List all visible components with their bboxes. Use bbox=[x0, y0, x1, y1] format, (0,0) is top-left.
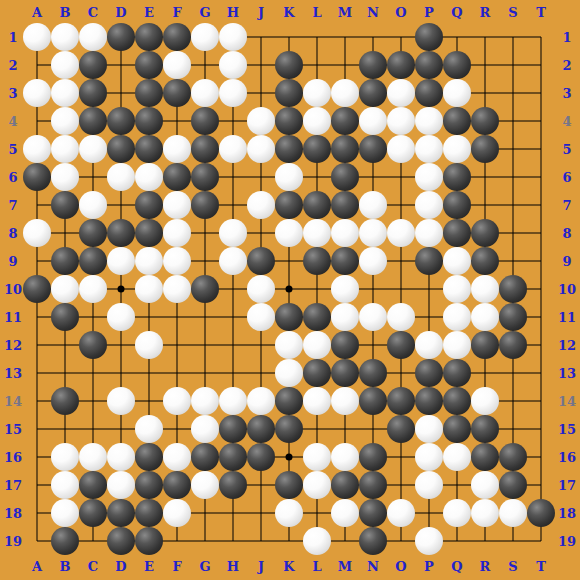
stone-black-Q7 bbox=[443, 191, 471, 219]
stone-black-R16 bbox=[471, 443, 499, 471]
stone-black-N2 bbox=[359, 51, 387, 79]
stone-black-N18 bbox=[359, 499, 387, 527]
stone-black-F17 bbox=[163, 471, 191, 499]
star-point-D10 bbox=[118, 286, 125, 293]
stone-white-D11 bbox=[107, 303, 135, 331]
stone-black-K2 bbox=[275, 51, 303, 79]
stone-white-J5 bbox=[247, 135, 275, 163]
stone-white-L16 bbox=[303, 443, 331, 471]
stone-black-K17 bbox=[275, 471, 303, 499]
stone-black-N19 bbox=[359, 527, 387, 555]
stone-black-N14 bbox=[359, 387, 387, 415]
stone-black-S12 bbox=[499, 331, 527, 359]
stone-white-P16 bbox=[415, 443, 443, 471]
row-label-left-16: 16 bbox=[4, 451, 22, 464]
stone-white-K12 bbox=[275, 331, 303, 359]
stone-black-C4 bbox=[79, 107, 107, 135]
stone-white-L8 bbox=[303, 219, 331, 247]
stone-white-H1 bbox=[219, 23, 247, 51]
stone-white-M10 bbox=[331, 275, 359, 303]
stone-white-B4 bbox=[51, 107, 79, 135]
stone-white-B18 bbox=[51, 499, 79, 527]
row-label-left-18: 18 bbox=[4, 507, 22, 520]
stone-white-O3 bbox=[387, 79, 415, 107]
stone-white-O5 bbox=[387, 135, 415, 163]
row-label-left-6: 6 bbox=[8, 171, 17, 184]
stone-black-M6 bbox=[331, 163, 359, 191]
stone-white-E15 bbox=[135, 415, 163, 443]
stone-white-L14 bbox=[303, 387, 331, 415]
row-label-right-16: 16 bbox=[558, 451, 576, 464]
row-label-left-13: 13 bbox=[4, 367, 22, 380]
row-label-left-8: 8 bbox=[8, 227, 17, 240]
stone-white-Q18 bbox=[443, 499, 471, 527]
stone-black-A6 bbox=[23, 163, 51, 191]
col-label-bottom-F: F bbox=[172, 560, 181, 573]
col-label-top-C: C bbox=[88, 6, 98, 19]
row-label-right-6: 6 bbox=[562, 171, 571, 184]
col-label-bottom-O: O bbox=[395, 560, 406, 573]
stone-white-H2 bbox=[219, 51, 247, 79]
col-label-bottom-C: C bbox=[88, 560, 98, 573]
star-point-K16 bbox=[286, 454, 293, 461]
stone-black-L11 bbox=[303, 303, 331, 331]
col-label-bottom-L: L bbox=[312, 560, 321, 573]
stone-black-C8 bbox=[79, 219, 107, 247]
row-label-right-14: 14 bbox=[558, 395, 576, 408]
stone-black-C18 bbox=[79, 499, 107, 527]
stone-black-F6 bbox=[163, 163, 191, 191]
row-label-left-2: 2 bbox=[8, 59, 17, 72]
stone-white-D17 bbox=[107, 471, 135, 499]
stone-white-N9 bbox=[359, 247, 387, 275]
stone-black-E4 bbox=[135, 107, 163, 135]
row-label-right-12: 12 bbox=[558, 339, 576, 352]
stone-black-K11 bbox=[275, 303, 303, 331]
stone-black-Q13 bbox=[443, 359, 471, 387]
stone-white-B5 bbox=[51, 135, 79, 163]
stone-black-R4 bbox=[471, 107, 499, 135]
stone-white-G3 bbox=[191, 79, 219, 107]
stone-white-P6 bbox=[415, 163, 443, 191]
stone-white-C5 bbox=[79, 135, 107, 163]
stone-white-L17 bbox=[303, 471, 331, 499]
col-label-top-A: A bbox=[32, 6, 42, 19]
col-label-bottom-H: H bbox=[227, 560, 239, 573]
stone-black-G4 bbox=[191, 107, 219, 135]
col-label-top-S: S bbox=[508, 6, 517, 19]
row-label-left-3: 3 bbox=[8, 87, 17, 100]
col-label-top-O: O bbox=[395, 6, 406, 19]
col-label-bottom-P: P bbox=[424, 560, 434, 573]
stone-black-Q6 bbox=[443, 163, 471, 191]
stone-white-K18 bbox=[275, 499, 303, 527]
stone-black-Q4 bbox=[443, 107, 471, 135]
stone-black-M4 bbox=[331, 107, 359, 135]
stone-black-G5 bbox=[191, 135, 219, 163]
stone-black-D18 bbox=[107, 499, 135, 527]
row-label-right-10: 10 bbox=[558, 283, 576, 296]
col-label-top-L: L bbox=[312, 6, 321, 19]
stone-white-H8 bbox=[219, 219, 247, 247]
col-label-top-T: T bbox=[536, 6, 546, 19]
stone-white-Q10 bbox=[443, 275, 471, 303]
stone-white-J4 bbox=[247, 107, 275, 135]
col-label-top-R: R bbox=[480, 6, 491, 19]
stone-white-A3 bbox=[23, 79, 51, 107]
stone-white-D6 bbox=[107, 163, 135, 191]
stone-white-K6 bbox=[275, 163, 303, 191]
stone-black-H16 bbox=[219, 443, 247, 471]
stone-white-J10 bbox=[247, 275, 275, 303]
stone-white-N7 bbox=[359, 191, 387, 219]
stone-white-O8 bbox=[387, 219, 415, 247]
stone-white-J7 bbox=[247, 191, 275, 219]
stone-white-P19 bbox=[415, 527, 443, 555]
col-label-top-G: G bbox=[199, 6, 210, 19]
stone-black-E3 bbox=[135, 79, 163, 107]
stone-white-B17 bbox=[51, 471, 79, 499]
stone-white-G14 bbox=[191, 387, 219, 415]
stone-black-N17 bbox=[359, 471, 387, 499]
row-label-right-18: 18 bbox=[558, 507, 576, 520]
stone-black-S17 bbox=[499, 471, 527, 499]
stone-black-P13 bbox=[415, 359, 443, 387]
stone-black-K7 bbox=[275, 191, 303, 219]
stone-black-C2 bbox=[79, 51, 107, 79]
stone-black-E18 bbox=[135, 499, 163, 527]
stone-black-O15 bbox=[387, 415, 415, 443]
stone-black-K15 bbox=[275, 415, 303, 443]
stone-black-R8 bbox=[471, 219, 499, 247]
stone-white-H5 bbox=[219, 135, 247, 163]
stone-white-A8 bbox=[23, 219, 51, 247]
stone-black-S16 bbox=[499, 443, 527, 471]
stone-black-E19 bbox=[135, 527, 163, 555]
stone-white-B16 bbox=[51, 443, 79, 471]
row-label-right-4: 4 bbox=[562, 115, 571, 128]
stone-black-R12 bbox=[471, 331, 499, 359]
row-label-left-14: 14 bbox=[4, 395, 22, 408]
stone-white-L12 bbox=[303, 331, 331, 359]
stone-white-M8 bbox=[331, 219, 359, 247]
stone-white-R11 bbox=[471, 303, 499, 331]
stone-black-A10 bbox=[23, 275, 51, 303]
col-label-bottom-D: D bbox=[115, 560, 126, 573]
stone-black-M17 bbox=[331, 471, 359, 499]
stone-white-L3 bbox=[303, 79, 331, 107]
col-label-top-M: M bbox=[338, 6, 352, 19]
stone-black-M5 bbox=[331, 135, 359, 163]
col-label-top-P: P bbox=[424, 6, 434, 19]
stone-white-B2 bbox=[51, 51, 79, 79]
col-label-bottom-T: T bbox=[536, 560, 546, 573]
stone-black-Q8 bbox=[443, 219, 471, 247]
col-label-top-N: N bbox=[367, 6, 379, 19]
stone-white-R10 bbox=[471, 275, 499, 303]
stone-white-M14 bbox=[331, 387, 359, 415]
stone-white-M3 bbox=[331, 79, 359, 107]
stone-white-R14 bbox=[471, 387, 499, 415]
col-label-top-B: B bbox=[60, 6, 71, 19]
stone-white-L19 bbox=[303, 527, 331, 555]
stone-white-B1 bbox=[51, 23, 79, 51]
stone-white-M18 bbox=[331, 499, 359, 527]
stone-black-C3 bbox=[79, 79, 107, 107]
stone-white-C16 bbox=[79, 443, 107, 471]
col-label-bottom-M: M bbox=[338, 560, 352, 573]
stone-white-F10 bbox=[163, 275, 191, 303]
stone-black-O14 bbox=[387, 387, 415, 415]
stone-black-B11 bbox=[51, 303, 79, 331]
stone-black-D5 bbox=[107, 135, 135, 163]
stone-white-H3 bbox=[219, 79, 247, 107]
stone-white-B6 bbox=[51, 163, 79, 191]
stone-white-E6 bbox=[135, 163, 163, 191]
stone-black-H17 bbox=[219, 471, 247, 499]
stone-white-O18 bbox=[387, 499, 415, 527]
stone-black-M13 bbox=[331, 359, 359, 387]
stone-white-P12 bbox=[415, 331, 443, 359]
stone-white-P17 bbox=[415, 471, 443, 499]
row-label-right-5: 5 bbox=[562, 143, 571, 156]
stone-white-D16 bbox=[107, 443, 135, 471]
stone-black-L13 bbox=[303, 359, 331, 387]
stone-white-M16 bbox=[331, 443, 359, 471]
row-label-right-11: 11 bbox=[558, 311, 576, 324]
stone-white-E12 bbox=[135, 331, 163, 359]
stone-black-R9 bbox=[471, 247, 499, 275]
stone-black-J15 bbox=[247, 415, 275, 443]
stone-black-K14 bbox=[275, 387, 303, 415]
stone-white-K13 bbox=[275, 359, 303, 387]
row-label-left-4: 4 bbox=[8, 115, 17, 128]
row-label-left-19: 19 bbox=[4, 535, 22, 548]
stone-white-G17 bbox=[191, 471, 219, 499]
stone-white-Q16 bbox=[443, 443, 471, 471]
row-label-right-17: 17 bbox=[558, 479, 576, 492]
stone-black-M9 bbox=[331, 247, 359, 275]
stone-white-P4 bbox=[415, 107, 443, 135]
stone-white-F5 bbox=[163, 135, 191, 163]
stone-black-R15 bbox=[471, 415, 499, 443]
stone-white-F18 bbox=[163, 499, 191, 527]
stone-black-D1 bbox=[107, 23, 135, 51]
stone-white-S18 bbox=[499, 499, 527, 527]
row-label-right-9: 9 bbox=[562, 255, 571, 268]
stone-black-C9 bbox=[79, 247, 107, 275]
stone-white-Q5 bbox=[443, 135, 471, 163]
stone-white-J11 bbox=[247, 303, 275, 331]
row-label-left-1: 1 bbox=[8, 31, 17, 44]
stone-black-Q2 bbox=[443, 51, 471, 79]
stone-white-B3 bbox=[51, 79, 79, 107]
stone-white-Q3 bbox=[443, 79, 471, 107]
stone-white-F8 bbox=[163, 219, 191, 247]
row-label-left-15: 15 bbox=[4, 423, 22, 436]
stone-black-L5 bbox=[303, 135, 331, 163]
stone-white-P8 bbox=[415, 219, 443, 247]
row-label-right-19: 19 bbox=[558, 535, 576, 548]
stone-black-N13 bbox=[359, 359, 387, 387]
stone-black-P3 bbox=[415, 79, 443, 107]
col-label-top-Q: Q bbox=[451, 6, 462, 19]
stone-black-G16 bbox=[191, 443, 219, 471]
stone-white-Q9 bbox=[443, 247, 471, 275]
stone-black-Q15 bbox=[443, 415, 471, 443]
stone-white-F7 bbox=[163, 191, 191, 219]
stone-white-O11 bbox=[387, 303, 415, 331]
stone-white-L4 bbox=[303, 107, 331, 135]
stone-white-C7 bbox=[79, 191, 107, 219]
stone-black-M7 bbox=[331, 191, 359, 219]
stone-black-O2 bbox=[387, 51, 415, 79]
stone-black-E8 bbox=[135, 219, 163, 247]
stone-black-C12 bbox=[79, 331, 107, 359]
col-label-top-K: K bbox=[283, 6, 294, 19]
col-label-top-H: H bbox=[227, 6, 239, 19]
stone-white-D9 bbox=[107, 247, 135, 275]
col-label-bottom-Q: Q bbox=[451, 560, 462, 573]
stone-white-H9 bbox=[219, 247, 247, 275]
col-label-bottom-A: A bbox=[32, 560, 42, 573]
stone-black-D4 bbox=[107, 107, 135, 135]
stone-white-N8 bbox=[359, 219, 387, 247]
stone-white-A5 bbox=[23, 135, 51, 163]
stone-black-S10 bbox=[499, 275, 527, 303]
row-label-right-15: 15 bbox=[558, 423, 576, 436]
stone-white-Q11 bbox=[443, 303, 471, 331]
row-label-right-2: 2 bbox=[562, 59, 571, 72]
stone-white-P7 bbox=[415, 191, 443, 219]
stone-black-E17 bbox=[135, 471, 163, 499]
stone-black-Q14 bbox=[443, 387, 471, 415]
stone-white-G1 bbox=[191, 23, 219, 51]
col-label-top-D: D bbox=[115, 6, 126, 19]
stone-black-H15 bbox=[219, 415, 247, 443]
col-label-bottom-S: S bbox=[508, 560, 517, 573]
stone-black-B14 bbox=[51, 387, 79, 415]
row-label-right-3: 3 bbox=[562, 87, 571, 100]
stone-black-B9 bbox=[51, 247, 79, 275]
stone-white-C1 bbox=[79, 23, 107, 51]
col-label-bottom-J: J bbox=[258, 560, 264, 573]
stone-black-B7 bbox=[51, 191, 79, 219]
stone-white-R17 bbox=[471, 471, 499, 499]
stone-black-P2 bbox=[415, 51, 443, 79]
stone-white-J14 bbox=[247, 387, 275, 415]
stone-black-J16 bbox=[247, 443, 275, 471]
stone-white-O4 bbox=[387, 107, 415, 135]
stone-black-S11 bbox=[499, 303, 527, 331]
stone-black-G7 bbox=[191, 191, 219, 219]
stone-black-G6 bbox=[191, 163, 219, 191]
stone-black-F1 bbox=[163, 23, 191, 51]
stone-white-F16 bbox=[163, 443, 191, 471]
stone-black-B19 bbox=[51, 527, 79, 555]
stone-white-E10 bbox=[135, 275, 163, 303]
stone-white-D14 bbox=[107, 387, 135, 415]
row-label-left-11: 11 bbox=[4, 311, 22, 324]
stone-black-L7 bbox=[303, 191, 331, 219]
stone-white-F2 bbox=[163, 51, 191, 79]
stone-white-F9 bbox=[163, 247, 191, 275]
row-label-right-1: 1 bbox=[562, 31, 571, 44]
col-label-bottom-R: R bbox=[480, 560, 491, 573]
row-label-left-10: 10 bbox=[4, 283, 22, 296]
stone-black-M12 bbox=[331, 331, 359, 359]
stone-white-P5 bbox=[415, 135, 443, 163]
stone-black-P9 bbox=[415, 247, 443, 275]
row-label-left-12: 12 bbox=[4, 339, 22, 352]
stone-black-N5 bbox=[359, 135, 387, 163]
stone-black-K5 bbox=[275, 135, 303, 163]
stone-black-D19 bbox=[107, 527, 135, 555]
stone-black-E2 bbox=[135, 51, 163, 79]
col-label-bottom-G: G bbox=[199, 560, 210, 573]
row-label-left-5: 5 bbox=[8, 143, 17, 156]
stone-white-E9 bbox=[135, 247, 163, 275]
stone-black-L9 bbox=[303, 247, 331, 275]
stone-black-K3 bbox=[275, 79, 303, 107]
stone-black-E16 bbox=[135, 443, 163, 471]
stone-black-O12 bbox=[387, 331, 415, 359]
stone-black-N16 bbox=[359, 443, 387, 471]
stone-black-E7 bbox=[135, 191, 163, 219]
col-label-bottom-K: K bbox=[283, 560, 294, 573]
star-point-K10 bbox=[286, 286, 293, 293]
stone-white-R18 bbox=[471, 499, 499, 527]
stone-white-N4 bbox=[359, 107, 387, 135]
col-label-top-F: F bbox=[172, 6, 181, 19]
stone-black-K4 bbox=[275, 107, 303, 135]
stone-black-F3 bbox=[163, 79, 191, 107]
stone-white-F14 bbox=[163, 387, 191, 415]
stone-white-C10 bbox=[79, 275, 107, 303]
stone-black-J9 bbox=[247, 247, 275, 275]
stone-white-N11 bbox=[359, 303, 387, 331]
stone-black-T18 bbox=[527, 499, 555, 527]
stone-white-K8 bbox=[275, 219, 303, 247]
stone-black-P14 bbox=[415, 387, 443, 415]
stone-black-P1 bbox=[415, 23, 443, 51]
stone-white-A1 bbox=[23, 23, 51, 51]
col-label-top-J: J bbox=[258, 6, 264, 19]
goban[interactable]: AABBCCDDEEFFGGHHJJKKLLMMNNOOPPQQRRSSTT11… bbox=[0, 0, 580, 580]
stone-black-C17 bbox=[79, 471, 107, 499]
stone-black-N3 bbox=[359, 79, 387, 107]
row-label-left-17: 17 bbox=[4, 479, 22, 492]
row-label-left-9: 9 bbox=[8, 255, 17, 268]
row-label-right-13: 13 bbox=[558, 367, 576, 380]
stone-white-M11 bbox=[331, 303, 359, 331]
stone-white-Q12 bbox=[443, 331, 471, 359]
row-label-left-7: 7 bbox=[8, 199, 17, 212]
col-label-bottom-E: E bbox=[144, 560, 154, 573]
stone-white-G15 bbox=[191, 415, 219, 443]
stone-black-E1 bbox=[135, 23, 163, 51]
col-label-bottom-B: B bbox=[60, 560, 71, 573]
row-label-right-7: 7 bbox=[562, 199, 571, 212]
col-label-top-E: E bbox=[144, 6, 154, 19]
stone-black-R5 bbox=[471, 135, 499, 163]
stone-black-E5 bbox=[135, 135, 163, 163]
col-label-bottom-N: N bbox=[367, 560, 379, 573]
stone-white-P15 bbox=[415, 415, 443, 443]
stone-black-D8 bbox=[107, 219, 135, 247]
row-label-right-8: 8 bbox=[562, 227, 571, 240]
stone-white-B10 bbox=[51, 275, 79, 303]
